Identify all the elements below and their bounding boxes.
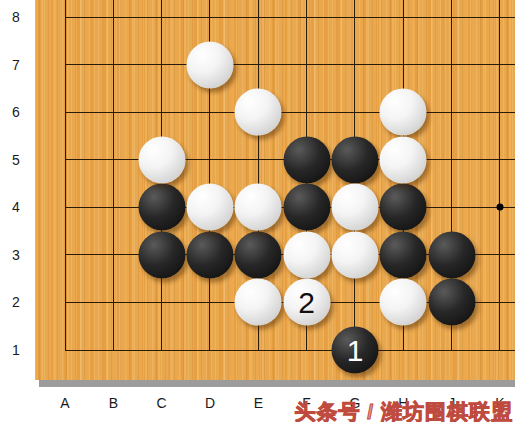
stone-black-F4 xyxy=(283,184,330,231)
row-label-4: 4 xyxy=(0,198,32,216)
stone-white-F2: 2 xyxy=(283,279,330,326)
stone-black-G1: 1 xyxy=(331,327,378,374)
column-label-B: B xyxy=(98,394,128,412)
star-point-K4 xyxy=(496,204,503,211)
column-label-A: A xyxy=(50,394,80,412)
stone-white-H5 xyxy=(380,136,427,183)
row-label-3: 3 xyxy=(0,246,32,264)
stone-black-H3 xyxy=(380,231,427,278)
stone-white-C5 xyxy=(138,136,185,183)
column-label-D: D xyxy=(195,394,225,412)
stone-black-J3 xyxy=(428,231,475,278)
stone-white-H2 xyxy=(380,279,427,326)
stone-white-D4 xyxy=(186,184,233,231)
stone-white-D7 xyxy=(186,41,233,88)
stone-black-G5 xyxy=(331,136,378,183)
row-label-6: 6 xyxy=(0,103,32,121)
row-label-5: 5 xyxy=(0,151,32,169)
board-shadow xyxy=(39,380,515,387)
stone-black-E3 xyxy=(235,231,282,278)
stone-white-F3 xyxy=(283,231,330,278)
grid-line-row-1 xyxy=(65,350,515,351)
column-label-E: E xyxy=(243,394,273,412)
grid-line-col-K xyxy=(499,0,500,351)
move-number-2: 2 xyxy=(298,287,315,317)
stone-white-E6 xyxy=(235,89,282,136)
grid-line-row-6 xyxy=(65,112,515,113)
stone-white-H6 xyxy=(380,89,427,136)
stone-white-G3 xyxy=(331,231,378,278)
move-number-1: 1 xyxy=(347,335,364,365)
stone-black-J2 xyxy=(428,279,475,326)
stone-black-C3 xyxy=(138,231,185,278)
stone-black-C4 xyxy=(138,184,185,231)
row-label-7: 7 xyxy=(0,56,32,74)
stone-white-E4 xyxy=(235,184,282,231)
stone-black-D3 xyxy=(186,231,233,278)
stone-black-F5 xyxy=(283,136,330,183)
stone-white-G4 xyxy=(331,184,378,231)
row-label-2: 2 xyxy=(0,293,32,311)
column-label-C: C xyxy=(147,394,177,412)
stone-white-E2 xyxy=(235,279,282,326)
watermark-text: 头条号 / 潍坊围棋联盟 xyxy=(294,398,513,422)
go-diagram: 12 12345678 ABCDEFGHJK 头条号 / 潍坊围棋联盟 xyxy=(0,0,515,422)
grid-line-col-A xyxy=(65,0,66,351)
grid-line-col-B xyxy=(113,0,114,351)
row-label-8: 8 xyxy=(0,8,32,26)
stone-black-H4 xyxy=(380,184,427,231)
grid-line-row-8 xyxy=(65,17,515,18)
grid-line-row-7 xyxy=(65,64,515,65)
row-label-1: 1 xyxy=(0,341,32,359)
